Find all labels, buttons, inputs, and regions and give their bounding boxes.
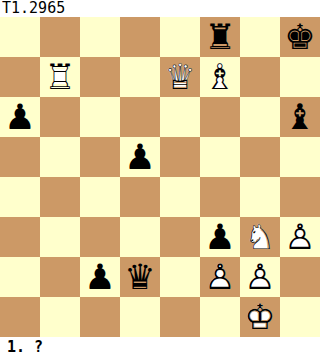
square-g7[interactable] — [240, 57, 280, 97]
square-h3[interactable]: ♟♙ — [280, 217, 320, 257]
black-bishop[interactable]: ♝ — [280, 97, 320, 137]
puzzle-id: T1.2965 — [0, 0, 320, 17]
square-b6[interactable] — [40, 97, 80, 137]
square-h6[interactable]: ♝ — [280, 97, 320, 137]
square-h2[interactable] — [280, 257, 320, 297]
square-f2[interactable]: ♟♙ — [200, 257, 240, 297]
white-pawn[interactable]: ♙ — [200, 257, 240, 297]
black-pawn[interactable]: ♟ — [0, 97, 40, 137]
black-queen[interactable]: ♛ — [120, 257, 160, 297]
square-d4[interactable] — [120, 177, 160, 217]
square-f8[interactable]: ♜ — [200, 17, 240, 57]
square-a7[interactable] — [0, 57, 40, 97]
square-h4[interactable] — [280, 177, 320, 217]
square-g5[interactable] — [240, 137, 280, 177]
square-a5[interactable] — [0, 137, 40, 177]
square-d5[interactable]: ♟ — [120, 137, 160, 177]
square-a2[interactable] — [0, 257, 40, 297]
square-d7[interactable] — [120, 57, 160, 97]
square-a4[interactable] — [0, 177, 40, 217]
white-bishop[interactable]: ♗ — [200, 57, 240, 97]
black-rook[interactable]: ♜ — [200, 17, 240, 57]
square-b2[interactable] — [40, 257, 80, 297]
square-f7[interactable]: ♝♗ — [200, 57, 240, 97]
white-pawn[interactable]: ♙ — [240, 257, 280, 297]
square-h5[interactable] — [280, 137, 320, 177]
square-c3[interactable] — [80, 217, 120, 257]
square-b7[interactable]: ♜♖ — [40, 57, 80, 97]
square-c4[interactable] — [80, 177, 120, 217]
square-a1[interactable] — [0, 297, 40, 337]
square-a6[interactable]: ♟ — [0, 97, 40, 137]
white-pawn[interactable]: ♙ — [280, 217, 320, 257]
white-king[interactable]: ♔ — [240, 297, 280, 337]
white-knight[interactable]: ♘ — [240, 217, 280, 257]
square-d6[interactable] — [120, 97, 160, 137]
square-b1[interactable] — [40, 297, 80, 337]
black-pawn[interactable]: ♟ — [80, 257, 120, 297]
square-g3[interactable]: ♞♘ — [240, 217, 280, 257]
square-c6[interactable] — [80, 97, 120, 137]
black-king[interactable]: ♚ — [280, 17, 320, 57]
square-e1[interactable] — [160, 297, 200, 337]
square-d1[interactable] — [120, 297, 160, 337]
square-e3[interactable] — [160, 217, 200, 257]
square-b4[interactable] — [40, 177, 80, 217]
black-pawn[interactable]: ♟ — [200, 217, 240, 257]
square-h1[interactable] — [280, 297, 320, 337]
square-e2[interactable] — [160, 257, 200, 297]
square-e6[interactable] — [160, 97, 200, 137]
square-d3[interactable] — [120, 217, 160, 257]
white-queen[interactable]: ♕ — [160, 57, 200, 97]
square-f5[interactable] — [200, 137, 240, 177]
move-prompt: 1. ? — [0, 337, 320, 360]
square-c7[interactable] — [80, 57, 120, 97]
square-g2[interactable]: ♟♙ — [240, 257, 280, 297]
square-b8[interactable] — [40, 17, 80, 57]
square-d8[interactable] — [120, 17, 160, 57]
white-rook[interactable]: ♖ — [40, 57, 80, 97]
square-a3[interactable] — [0, 217, 40, 257]
chess-board: ♜♚♜♖♛♕♝♗♟♝♟♟♞♘♟♙♟♛♟♙♟♙♚♔ — [0, 17, 320, 337]
square-f3[interactable]: ♟ — [200, 217, 240, 257]
square-c8[interactable] — [80, 17, 120, 57]
square-e4[interactable] — [160, 177, 200, 217]
square-e8[interactable] — [160, 17, 200, 57]
square-a8[interactable] — [0, 17, 40, 57]
square-f4[interactable] — [200, 177, 240, 217]
square-f6[interactable] — [200, 97, 240, 137]
square-c5[interactable] — [80, 137, 120, 177]
square-d2[interactable]: ♛ — [120, 257, 160, 297]
square-e5[interactable] — [160, 137, 200, 177]
square-h8[interactable]: ♚ — [280, 17, 320, 57]
square-b5[interactable] — [40, 137, 80, 177]
square-g4[interactable] — [240, 177, 280, 217]
square-g1[interactable]: ♚♔ — [240, 297, 280, 337]
square-c2[interactable]: ♟ — [80, 257, 120, 297]
square-g8[interactable] — [240, 17, 280, 57]
square-h7[interactable] — [280, 57, 320, 97]
square-f1[interactable] — [200, 297, 240, 337]
square-b3[interactable] — [40, 217, 80, 257]
square-e7[interactable]: ♛♕ — [160, 57, 200, 97]
square-c1[interactable] — [80, 297, 120, 337]
square-g6[interactable] — [240, 97, 280, 137]
black-pawn[interactable]: ♟ — [120, 137, 160, 177]
